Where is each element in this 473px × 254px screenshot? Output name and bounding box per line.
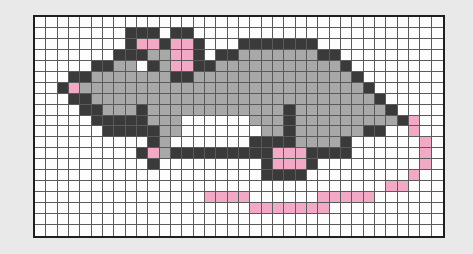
- pattern-cell: [341, 50, 352, 61]
- pattern-cell: [69, 105, 80, 116]
- pattern-cell: [284, 105, 295, 116]
- pattern-cell: [330, 203, 341, 214]
- pattern-cell: [341, 137, 352, 148]
- pattern-cell: [114, 105, 125, 116]
- pattern-cell: [409, 137, 420, 148]
- pattern-cell: [262, 72, 273, 83]
- pattern-cell: [409, 148, 420, 159]
- pattern-cell: [35, 137, 46, 148]
- pattern-cell: [341, 105, 352, 116]
- pattern-cell: [273, 181, 284, 192]
- pattern-cell: [69, 39, 80, 50]
- pattern-cell: [239, 126, 250, 137]
- pattern-cell: [194, 181, 205, 192]
- pattern-cell: [182, 214, 193, 225]
- pattern-cell: [126, 148, 137, 159]
- pattern-cell: [250, 61, 261, 72]
- pattern-cell: [80, 94, 91, 105]
- pattern-cell: [398, 159, 409, 170]
- pattern-cell: [284, 61, 295, 72]
- pattern-cell: [137, 39, 148, 50]
- pattern-cell: [398, 28, 409, 39]
- pattern-cell: [409, 126, 420, 137]
- pattern-cell: [250, 181, 261, 192]
- pattern-cell: [296, 105, 307, 116]
- pattern-cell: [239, 170, 250, 181]
- pattern-cell: [375, 225, 386, 236]
- pattern-cell: [239, 148, 250, 159]
- pattern-cell: [409, 61, 420, 72]
- pattern-cell: [409, 94, 420, 105]
- pattern-cell: [35, 225, 46, 236]
- pattern-cell: [114, 214, 125, 225]
- pattern-cell: [239, 72, 250, 83]
- pattern-cell: [92, 203, 103, 214]
- pattern-cell: [194, 28, 205, 39]
- pattern-cell: [398, 83, 409, 94]
- pattern-cell: [148, 94, 159, 105]
- pattern-cell: [318, 214, 329, 225]
- pattern-cell: [330, 181, 341, 192]
- pattern-cell: [137, 83, 148, 94]
- pattern-cell: [58, 170, 69, 181]
- pattern-cell: [58, 225, 69, 236]
- pattern-cell: [216, 159, 227, 170]
- pattern-cell: [307, 192, 318, 203]
- pattern-cell: [375, 94, 386, 105]
- pattern-cell: [160, 105, 171, 116]
- pattern-cell: [126, 83, 137, 94]
- pattern-cell: [46, 126, 57, 137]
- pattern-cell: [35, 61, 46, 72]
- pattern-cell: [114, 17, 125, 28]
- pattern-cell: [239, 159, 250, 170]
- pattern-cell: [364, 94, 375, 105]
- pattern-cell: [171, 170, 182, 181]
- pattern-cell: [126, 170, 137, 181]
- pattern-cell: [171, 214, 182, 225]
- pattern-cell: [114, 159, 125, 170]
- pattern-cell: [432, 148, 443, 159]
- pattern-cell: [318, 28, 329, 39]
- pattern-cell: [92, 72, 103, 83]
- pattern-cell: [364, 192, 375, 203]
- pattern-cell: [148, 192, 159, 203]
- pattern-cell: [92, 28, 103, 39]
- pattern-cell: [182, 61, 193, 72]
- pattern-cell: [341, 72, 352, 83]
- pattern-cell: [58, 50, 69, 61]
- pattern-cell: [126, 137, 137, 148]
- pattern-cell: [137, 61, 148, 72]
- pattern-cell: [80, 126, 91, 137]
- pattern-cell: [92, 61, 103, 72]
- pattern-cell: [216, 105, 227, 116]
- pattern-cell: [216, 225, 227, 236]
- pattern-cell: [171, 50, 182, 61]
- pattern-cell: [126, 61, 137, 72]
- pattern-cell: [216, 83, 227, 94]
- pattern-cell: [318, 105, 329, 116]
- pattern-cell: [126, 181, 137, 192]
- pattern-cell: [80, 225, 91, 236]
- pattern-cell: [341, 83, 352, 94]
- pattern-cell: [273, 214, 284, 225]
- pattern-cell: [296, 28, 307, 39]
- pattern-cell: [171, 72, 182, 83]
- pattern-cell: [262, 83, 273, 94]
- pattern-cell: [364, 159, 375, 170]
- pattern-cell: [250, 170, 261, 181]
- pattern-cell: [409, 28, 420, 39]
- pattern-cell: [35, 214, 46, 225]
- pattern-cell: [364, 170, 375, 181]
- pattern-cell: [171, 192, 182, 203]
- pattern-cell: [35, 17, 46, 28]
- pattern-cell: [250, 83, 261, 94]
- pattern-cell: [386, 137, 397, 148]
- pattern-cell: [92, 225, 103, 236]
- pattern-cell: [205, 148, 216, 159]
- pattern-cell: [80, 17, 91, 28]
- pattern-cell: [409, 181, 420, 192]
- pattern-cell: [352, 50, 363, 61]
- pattern-cell: [46, 214, 57, 225]
- pattern-cell: [35, 116, 46, 127]
- pattern-cell: [409, 214, 420, 225]
- pattern-cell: [103, 17, 114, 28]
- pattern-cell: [273, 39, 284, 50]
- pattern-cell: [307, 61, 318, 72]
- pattern-cell: [228, 105, 239, 116]
- pattern-cell: [58, 17, 69, 28]
- pattern-cell: [318, 170, 329, 181]
- pattern-cell: [330, 94, 341, 105]
- pattern-cell: [35, 126, 46, 137]
- pattern-cell: [352, 116, 363, 127]
- pattern-cell: [171, 17, 182, 28]
- pattern-cell: [239, 94, 250, 105]
- pattern-cell: [352, 61, 363, 72]
- pattern-cell: [364, 105, 375, 116]
- pattern-cell: [239, 181, 250, 192]
- pattern-cell: [364, 61, 375, 72]
- pattern-cell: [228, 170, 239, 181]
- pattern-cell: [284, 72, 295, 83]
- pattern-cell: [386, 192, 397, 203]
- pattern-cell: [386, 61, 397, 72]
- pattern-cell: [432, 181, 443, 192]
- pattern-cell: [296, 203, 307, 214]
- pattern-cell: [80, 159, 91, 170]
- pattern-cell: [307, 170, 318, 181]
- pattern-cell: [398, 126, 409, 137]
- pattern-cell: [296, 192, 307, 203]
- pattern-cell: [103, 83, 114, 94]
- pattern-cell: [160, 17, 171, 28]
- pattern-cell: [262, 105, 273, 116]
- pattern-cell: [420, 50, 431, 61]
- pattern-cell: [69, 17, 80, 28]
- pattern-cell: [398, 148, 409, 159]
- pattern-cell: [250, 192, 261, 203]
- pattern-cell: [182, 170, 193, 181]
- pattern-cell: [250, 116, 261, 127]
- pattern-cell: [182, 72, 193, 83]
- pattern-cell: [103, 148, 114, 159]
- pattern-cell: [182, 28, 193, 39]
- pattern-cell: [273, 148, 284, 159]
- pattern-cell: [386, 83, 397, 94]
- pattern-cell: [307, 94, 318, 105]
- pattern-cell: [69, 181, 80, 192]
- pattern-cell: [182, 137, 193, 148]
- pattern-cell: [250, 137, 261, 148]
- pattern-cell: [114, 170, 125, 181]
- pattern-cell: [432, 170, 443, 181]
- pattern-cell: [409, 39, 420, 50]
- pattern-cell: [228, 83, 239, 94]
- pattern-cell: [182, 159, 193, 170]
- pattern-cell: [262, 181, 273, 192]
- pattern-cell: [160, 159, 171, 170]
- pattern-cell: [364, 17, 375, 28]
- pattern-cell: [364, 203, 375, 214]
- pattern-cell: [250, 94, 261, 105]
- pattern-cell: [307, 28, 318, 39]
- pattern-cell: [114, 61, 125, 72]
- pattern-cell: [137, 105, 148, 116]
- pattern-cell: [103, 203, 114, 214]
- pattern-cell: [46, 72, 57, 83]
- pattern-cell: [35, 105, 46, 116]
- pattern-cell: [137, 159, 148, 170]
- pattern-cell: [420, 181, 431, 192]
- pattern-cell: [114, 116, 125, 127]
- pattern-cell: [69, 50, 80, 61]
- pattern-cell: [194, 192, 205, 203]
- pattern-cell: [228, 192, 239, 203]
- pattern-cell: [262, 39, 273, 50]
- pattern-cell: [307, 83, 318, 94]
- pattern-cell: [262, 28, 273, 39]
- pattern-cell: [239, 192, 250, 203]
- pattern-cell: [114, 50, 125, 61]
- pattern-cell: [364, 181, 375, 192]
- pattern-cell: [262, 170, 273, 181]
- pattern-cell: [420, 105, 431, 116]
- pattern-cell: [69, 126, 80, 137]
- pattern-cell: [398, 214, 409, 225]
- pattern-cell: [420, 137, 431, 148]
- pattern-cell: [171, 94, 182, 105]
- pattern-cell: [92, 159, 103, 170]
- pattern-cell: [228, 50, 239, 61]
- pattern-cell: [35, 94, 46, 105]
- pattern-cell: [46, 192, 57, 203]
- pattern-cell: [262, 50, 273, 61]
- pattern-cell: [318, 83, 329, 94]
- pattern-cell: [296, 94, 307, 105]
- pattern-cell: [80, 181, 91, 192]
- pattern-cell: [250, 39, 261, 50]
- pattern-cell: [364, 148, 375, 159]
- pattern-cell: [330, 159, 341, 170]
- pattern-cell: [69, 83, 80, 94]
- pattern-cell: [330, 17, 341, 28]
- pattern-cell: [205, 181, 216, 192]
- pattern-cell: [46, 225, 57, 236]
- pattern-cell: [409, 225, 420, 236]
- pattern-cell: [137, 28, 148, 39]
- pattern-cell: [148, 105, 159, 116]
- pattern-cell: [160, 225, 171, 236]
- pattern-cell: [194, 39, 205, 50]
- pattern-cell: [420, 94, 431, 105]
- pattern-cell: [375, 159, 386, 170]
- pattern-cell: [386, 159, 397, 170]
- pattern-cell: [364, 214, 375, 225]
- pattern-cell: [148, 28, 159, 39]
- pattern-cell: [296, 225, 307, 236]
- pattern-cell: [114, 94, 125, 105]
- pattern-cell: [171, 83, 182, 94]
- pattern-cell: [284, 170, 295, 181]
- pattern-cell: [284, 94, 295, 105]
- pattern-cell: [409, 116, 420, 127]
- pattern-cell: [92, 170, 103, 181]
- pattern-cell: [69, 225, 80, 236]
- pattern-cell: [69, 61, 80, 72]
- pattern-cell: [432, 192, 443, 203]
- pattern-cell: [58, 159, 69, 170]
- pattern-cell: [58, 192, 69, 203]
- pattern-cell: [262, 61, 273, 72]
- pattern-cell: [262, 203, 273, 214]
- pattern-cell: [352, 214, 363, 225]
- pattern-cell: [364, 83, 375, 94]
- pattern-cell: [364, 126, 375, 137]
- pattern-cell: [262, 148, 273, 159]
- pattern-cell: [330, 116, 341, 127]
- pattern-cell: [284, 192, 295, 203]
- pattern-cell: [375, 50, 386, 61]
- pattern-cell: [341, 39, 352, 50]
- pattern-cell: [307, 159, 318, 170]
- pattern-cell: [160, 50, 171, 61]
- pattern-cell: [375, 203, 386, 214]
- pattern-cell: [80, 72, 91, 83]
- pattern-cell: [386, 116, 397, 127]
- pattern-cell: [409, 203, 420, 214]
- pattern-cell: [318, 72, 329, 83]
- pattern-cell: [398, 116, 409, 127]
- pattern-cell: [284, 159, 295, 170]
- pattern-cell: [318, 39, 329, 50]
- pattern-cell: [284, 181, 295, 192]
- pattern-cell: [284, 17, 295, 28]
- pattern-cell: [148, 61, 159, 72]
- pattern-cell: [284, 203, 295, 214]
- pattern-cell: [194, 214, 205, 225]
- pattern-cell: [205, 225, 216, 236]
- pattern-cell: [69, 137, 80, 148]
- pattern-cell: [205, 83, 216, 94]
- pattern-cell: [58, 126, 69, 137]
- pattern-cell: [273, 105, 284, 116]
- pattern-cell: [341, 116, 352, 127]
- pattern-cell: [398, 105, 409, 116]
- pattern-cell: [126, 225, 137, 236]
- pattern-cell: [194, 225, 205, 236]
- pattern-cell: [46, 159, 57, 170]
- pattern-cell: [409, 159, 420, 170]
- pattern-cell: [194, 159, 205, 170]
- pattern-cell: [352, 203, 363, 214]
- pattern-cell: [114, 225, 125, 236]
- pattern-cell: [228, 225, 239, 236]
- pattern-cell: [137, 181, 148, 192]
- pattern-cell: [250, 214, 261, 225]
- pattern-cell: [171, 126, 182, 137]
- pattern-cell: [273, 159, 284, 170]
- pattern-cell: [35, 192, 46, 203]
- pattern-cell: [69, 170, 80, 181]
- pattern-cell: [239, 225, 250, 236]
- pattern-cell: [216, 39, 227, 50]
- pattern-cell: [69, 203, 80, 214]
- pattern-cell: [69, 72, 80, 83]
- pattern-cell: [307, 50, 318, 61]
- pattern-cell: [194, 50, 205, 61]
- pattern-cell: [273, 192, 284, 203]
- pattern-cell: [216, 137, 227, 148]
- pattern-cell: [182, 39, 193, 50]
- pattern-cell: [420, 17, 431, 28]
- pattern-cell: [228, 203, 239, 214]
- pattern-cell: [171, 39, 182, 50]
- pattern-cell: [398, 72, 409, 83]
- pattern-cell: [375, 17, 386, 28]
- pattern-cell: [318, 159, 329, 170]
- pattern-cell: [352, 181, 363, 192]
- pattern-cell: [35, 72, 46, 83]
- pattern-cell: [148, 148, 159, 159]
- pattern-cell: [92, 214, 103, 225]
- pattern-cell: [194, 17, 205, 28]
- pattern-cell: [228, 126, 239, 137]
- pattern-cell: [46, 105, 57, 116]
- pattern-cell: [398, 225, 409, 236]
- pattern-cell: [318, 137, 329, 148]
- pattern-cell: [182, 116, 193, 127]
- pattern-cell: [182, 105, 193, 116]
- pattern-cell: [386, 17, 397, 28]
- pattern-cell: [432, 39, 443, 50]
- pattern-cell: [160, 83, 171, 94]
- pattern-cell: [375, 192, 386, 203]
- pattern-cell: [352, 225, 363, 236]
- pattern-cell: [296, 50, 307, 61]
- pattern-cell: [239, 137, 250, 148]
- pattern-cell: [160, 72, 171, 83]
- pattern-cell: [273, 61, 284, 72]
- pattern-cell: [69, 192, 80, 203]
- pattern-cell: [126, 28, 137, 39]
- pattern-cell: [148, 181, 159, 192]
- pattern-cell: [284, 116, 295, 127]
- pattern-cell: [352, 94, 363, 105]
